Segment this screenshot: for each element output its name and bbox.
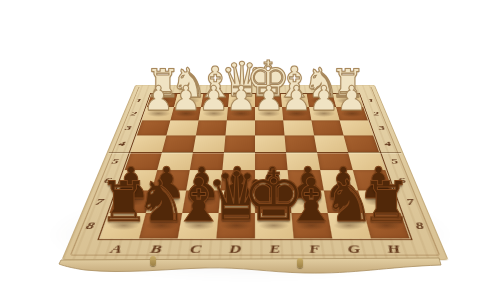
box-front-edge bbox=[55, 252, 445, 278]
square-e2 bbox=[255, 107, 283, 121]
square-b1 bbox=[174, 94, 203, 107]
square-d1 bbox=[228, 94, 255, 107]
square-b3 bbox=[166, 120, 198, 135]
square-a5 bbox=[125, 152, 162, 170]
square-g1 bbox=[307, 94, 336, 107]
square-g5 bbox=[317, 152, 353, 170]
square-d7 bbox=[219, 190, 255, 213]
square-h5 bbox=[348, 152, 385, 170]
rank-label-left-1: 1 bbox=[135, 97, 143, 104]
square-g3 bbox=[311, 120, 343, 135]
board-grid bbox=[100, 94, 409, 238]
square-e6 bbox=[255, 170, 289, 190]
square-a2 bbox=[142, 107, 174, 121]
square-h7 bbox=[358, 190, 400, 213]
square-h3 bbox=[340, 120, 374, 135]
rank-label-right-5: 5 bbox=[389, 156, 399, 165]
chess-set-photo: AABBCCDDEEFFGGHH1122334455667788 ♜♞♝♛♚♝♞… bbox=[0, 0, 480, 296]
brass-latch-right bbox=[297, 258, 303, 268]
square-a7 bbox=[109, 190, 151, 213]
square-b7 bbox=[146, 190, 186, 213]
file-label-far-d: D bbox=[238, 87, 246, 93]
file-label-far-a: A bbox=[161, 87, 170, 93]
square-c3 bbox=[196, 120, 227, 135]
square-f1 bbox=[281, 94, 309, 107]
square-a1 bbox=[147, 94, 177, 107]
rank-label-right-6: 6 bbox=[396, 175, 407, 185]
square-f5 bbox=[286, 152, 320, 170]
square-g2 bbox=[309, 107, 340, 121]
square-e5 bbox=[255, 152, 288, 170]
square-d5 bbox=[222, 152, 255, 170]
square-c4 bbox=[193, 135, 225, 152]
square-f7 bbox=[289, 190, 327, 213]
square-f8 bbox=[291, 213, 332, 238]
rank-label-left-4: 4 bbox=[117, 139, 127, 148]
square-c8 bbox=[178, 213, 219, 238]
square-d2 bbox=[227, 107, 255, 121]
rank-label-right-3: 3 bbox=[377, 124, 386, 132]
file-label-far-b: B bbox=[187, 87, 195, 93]
square-h6 bbox=[353, 170, 393, 190]
square-h2 bbox=[336, 107, 368, 121]
file-label-far-c: C bbox=[213, 87, 221, 93]
square-f3 bbox=[283, 120, 314, 135]
square-b6 bbox=[152, 170, 190, 190]
square-d8 bbox=[216, 213, 255, 238]
square-f6 bbox=[288, 170, 324, 190]
file-label-far-e: E bbox=[264, 87, 271, 93]
square-c7 bbox=[182, 190, 220, 213]
square-b2 bbox=[170, 107, 201, 121]
square-h4 bbox=[344, 135, 379, 152]
square-d3 bbox=[225, 120, 255, 135]
square-e4 bbox=[255, 135, 286, 152]
square-f4 bbox=[285, 135, 317, 152]
rank-label-right-4: 4 bbox=[383, 139, 393, 148]
chess-board: AABBCCDDEEFFGGHH1122334455667788 bbox=[61, 85, 448, 260]
square-d6 bbox=[221, 170, 255, 190]
fold-seam bbox=[109, 152, 402, 153]
rank-label-left-7: 7 bbox=[94, 196, 106, 208]
square-a3 bbox=[137, 120, 171, 135]
rank-label-left-5: 5 bbox=[110, 156, 120, 165]
square-c6 bbox=[186, 170, 222, 190]
brass-latch-left bbox=[150, 256, 156, 266]
square-g6 bbox=[320, 170, 358, 190]
square-g4 bbox=[314, 135, 348, 152]
file-label-far-f: F bbox=[289, 87, 297, 93]
square-h1 bbox=[333, 94, 363, 107]
rank-label-left-8: 8 bbox=[84, 219, 97, 232]
rank-label-left-6: 6 bbox=[102, 175, 113, 185]
rank-label-right-8: 8 bbox=[413, 219, 426, 232]
square-d4 bbox=[224, 135, 255, 152]
square-b5 bbox=[157, 152, 193, 170]
square-b8 bbox=[139, 213, 182, 238]
square-h8 bbox=[364, 213, 409, 238]
square-a4 bbox=[131, 135, 166, 152]
rank-label-left-2: 2 bbox=[130, 110, 139, 117]
rank-label-right-2: 2 bbox=[372, 110, 381, 117]
square-e1 bbox=[255, 94, 282, 107]
file-label-far-g: G bbox=[314, 87, 323, 93]
square-f2 bbox=[282, 107, 311, 121]
square-c5 bbox=[190, 152, 224, 170]
rank-label-right-1: 1 bbox=[367, 97, 375, 104]
square-e7 bbox=[255, 190, 291, 213]
square-e8 bbox=[255, 213, 294, 238]
square-b4 bbox=[162, 135, 196, 152]
square-c2 bbox=[199, 107, 228, 121]
square-a6 bbox=[117, 170, 157, 190]
square-c1 bbox=[201, 94, 229, 107]
file-label-far-h: H bbox=[339, 87, 349, 93]
rank-label-right-7: 7 bbox=[404, 196, 416, 208]
square-e3 bbox=[255, 120, 285, 135]
rank-label-left-3: 3 bbox=[124, 124, 133, 132]
